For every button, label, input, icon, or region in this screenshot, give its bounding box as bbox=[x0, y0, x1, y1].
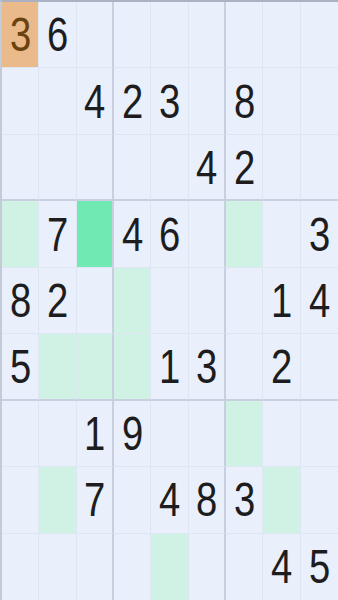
cell-r7c5[interactable]: 8 bbox=[189, 467, 226, 533]
cell-digit: 3 bbox=[159, 77, 180, 126]
cell-r5c8[interactable] bbox=[301, 334, 338, 400]
cell-digit: 4 bbox=[122, 210, 143, 259]
cell-r1c6[interactable]: 8 bbox=[226, 68, 263, 134]
cell-r3c8[interactable]: 3 bbox=[301, 201, 338, 267]
cell-r5c1[interactable] bbox=[39, 334, 76, 400]
cell-r2c3[interactable] bbox=[114, 135, 151, 201]
cell-digit: 4 bbox=[84, 77, 105, 126]
cell-digit: 4 bbox=[271, 542, 292, 591]
cell-digit: 3 bbox=[234, 475, 255, 524]
cell-r6c8[interactable] bbox=[301, 401, 338, 467]
cell-r1c8[interactable] bbox=[301, 68, 338, 134]
cell-r8c6[interactable] bbox=[226, 534, 263, 600]
cell-r0c2[interactable] bbox=[77, 2, 114, 68]
cell-r5c0[interactable]: 5 bbox=[2, 334, 39, 400]
cell-r8c8[interactable]: 5 bbox=[301, 534, 338, 600]
cell-digit: 4 bbox=[159, 475, 180, 524]
cell-r8c4[interactable] bbox=[151, 534, 188, 600]
cell-r2c7[interactable] bbox=[263, 135, 300, 201]
cell-digit: 5 bbox=[309, 542, 330, 591]
cell-digit: 3 bbox=[10, 10, 31, 59]
cell-digit: 2 bbox=[47, 276, 68, 325]
cell-r3c5[interactable] bbox=[189, 201, 226, 267]
cell-digit: 2 bbox=[122, 77, 143, 126]
cell-r5c4[interactable]: 1 bbox=[151, 334, 188, 400]
cell-r8c3[interactable] bbox=[114, 534, 151, 600]
cell-r0c5[interactable] bbox=[189, 2, 226, 68]
cell-r3c7[interactable] bbox=[263, 201, 300, 267]
cell-r3c0[interactable] bbox=[2, 201, 39, 267]
cell-r1c5[interactable] bbox=[189, 68, 226, 134]
cell-r1c3[interactable]: 2 bbox=[114, 68, 151, 134]
cell-r7c3[interactable] bbox=[114, 467, 151, 533]
cell-digit: 1 bbox=[84, 409, 105, 458]
cell-r7c1[interactable] bbox=[39, 467, 76, 533]
cell-r8c2[interactable] bbox=[77, 534, 114, 600]
cell-r4c7[interactable]: 1 bbox=[263, 268, 300, 334]
cell-digit: 5 bbox=[10, 342, 31, 391]
cell-r8c0[interactable] bbox=[2, 534, 39, 600]
cell-r4c4[interactable] bbox=[151, 268, 188, 334]
cell-r6c7[interactable] bbox=[263, 401, 300, 467]
cell-digit: 4 bbox=[196, 143, 217, 192]
cell-digit: 1 bbox=[159, 342, 180, 391]
cell-r6c1[interactable] bbox=[39, 401, 76, 467]
cell-r2c5[interactable]: 4 bbox=[189, 135, 226, 201]
cell-r2c4[interactable] bbox=[151, 135, 188, 201]
cell-r2c0[interactable] bbox=[2, 135, 39, 201]
cell-digit: 2 bbox=[234, 143, 255, 192]
cell-r5c7[interactable]: 2 bbox=[263, 334, 300, 400]
cell-r8c7[interactable]: 4 bbox=[263, 534, 300, 600]
cell-digit: 7 bbox=[84, 475, 105, 524]
cell-r7c6[interactable]: 3 bbox=[226, 467, 263, 533]
cell-r1c1[interactable] bbox=[39, 68, 76, 134]
cell-digit: 6 bbox=[159, 210, 180, 259]
cell-digit: 7 bbox=[47, 210, 68, 259]
cell-r5c3[interactable] bbox=[114, 334, 151, 400]
cell-r3c1[interactable]: 7 bbox=[39, 201, 76, 267]
cell-digit: 9 bbox=[122, 409, 143, 458]
cell-r2c2[interactable] bbox=[77, 135, 114, 201]
cell-r6c5[interactable] bbox=[189, 401, 226, 467]
cell-r4c2[interactable] bbox=[77, 268, 114, 334]
cell-digit: 4 bbox=[309, 276, 330, 325]
cell-r4c6[interactable] bbox=[226, 268, 263, 334]
cell-r0c3[interactable] bbox=[114, 2, 151, 68]
cell-r7c0[interactable] bbox=[2, 467, 39, 533]
cell-r5c2[interactable] bbox=[77, 334, 114, 400]
cell-digit: 1 bbox=[271, 276, 292, 325]
cell-r1c0[interactable] bbox=[2, 68, 39, 134]
cell-digit: 2 bbox=[271, 342, 292, 391]
cell-r0c8[interactable] bbox=[301, 2, 338, 68]
cell-r2c1[interactable] bbox=[39, 135, 76, 201]
cell-r8c1[interactable] bbox=[39, 534, 76, 600]
cell-r0c6[interactable] bbox=[226, 2, 263, 68]
cell-digit: 3 bbox=[196, 342, 217, 391]
cell-r4c5[interactable] bbox=[189, 268, 226, 334]
cell-r0c4[interactable] bbox=[151, 2, 188, 68]
cell-r4c3[interactable] bbox=[114, 268, 151, 334]
cell-r3c4[interactable]: 6 bbox=[151, 201, 188, 267]
sudoku-board: 3642384274638214513219748345 bbox=[0, 0, 338, 600]
cell-r6c0[interactable] bbox=[2, 401, 39, 467]
cell-r6c2[interactable]: 1 bbox=[77, 401, 114, 467]
cell-r7c8[interactable] bbox=[301, 467, 338, 533]
cell-r1c4[interactable]: 3 bbox=[151, 68, 188, 134]
cell-r3c3[interactable]: 4 bbox=[114, 201, 151, 267]
cell-r0c1[interactable]: 6 bbox=[39, 2, 76, 68]
cell-r6c4[interactable] bbox=[151, 401, 188, 467]
cell-digit: 8 bbox=[10, 276, 31, 325]
cell-r3c6[interactable] bbox=[226, 201, 263, 267]
cell-r4c1[interactable]: 2 bbox=[39, 268, 76, 334]
cell-r7c7[interactable] bbox=[263, 467, 300, 533]
cell-r5c6[interactable] bbox=[226, 334, 263, 400]
cell-r4c0[interactable]: 8 bbox=[2, 268, 39, 334]
cell-digit: 8 bbox=[196, 475, 217, 524]
cell-r0c7[interactable] bbox=[263, 2, 300, 68]
cell-digit: 3 bbox=[309, 210, 330, 259]
cell-r2c6[interactable]: 2 bbox=[226, 135, 263, 201]
cell-r1c2[interactable]: 4 bbox=[77, 68, 114, 134]
cell-digit: 6 bbox=[47, 10, 68, 59]
cell-r3c2[interactable] bbox=[77, 201, 114, 267]
cell-r1c7[interactable] bbox=[263, 68, 300, 134]
cell-r2c8[interactable] bbox=[301, 135, 338, 201]
cell-r0c0[interactable]: 3 bbox=[2, 2, 39, 68]
cell-r8c5[interactable] bbox=[189, 534, 226, 600]
cell-r6c6[interactable] bbox=[226, 401, 263, 467]
cell-digit: 8 bbox=[234, 77, 255, 126]
cell-r7c4[interactable]: 4 bbox=[151, 467, 188, 533]
cell-r7c2[interactable]: 7 bbox=[77, 467, 114, 533]
cell-r6c3[interactable]: 9 bbox=[114, 401, 151, 467]
cell-r4c8[interactable]: 4 bbox=[301, 268, 338, 334]
cell-r5c5[interactable]: 3 bbox=[189, 334, 226, 400]
